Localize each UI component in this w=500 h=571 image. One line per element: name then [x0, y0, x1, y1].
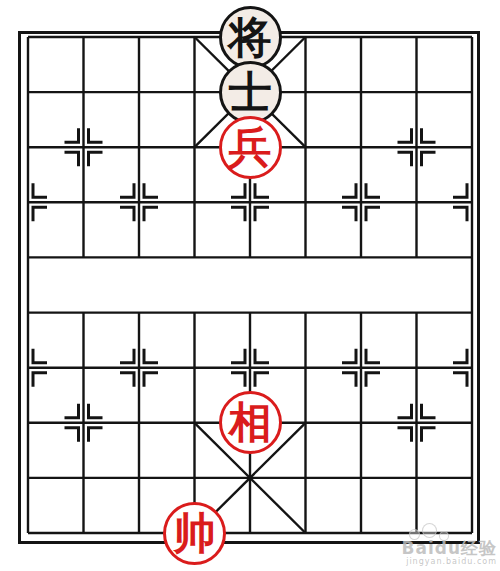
piece-red-general[interactable]: 帅	[163, 502, 226, 565]
piece-black-advisor[interactable]: 士	[219, 61, 282, 124]
piece-black-general[interactable]: 将	[219, 6, 282, 69]
pieces-grid: 将士兵相帅	[0, 10, 500, 561]
xiangqi-board: 将士兵相帅 Baidu经验 jingyan.baidu.com	[0, 0, 500, 571]
piece-red-elephant[interactable]: 相	[219, 391, 282, 454]
piece-red-soldier[interactable]: 兵	[219, 116, 282, 179]
